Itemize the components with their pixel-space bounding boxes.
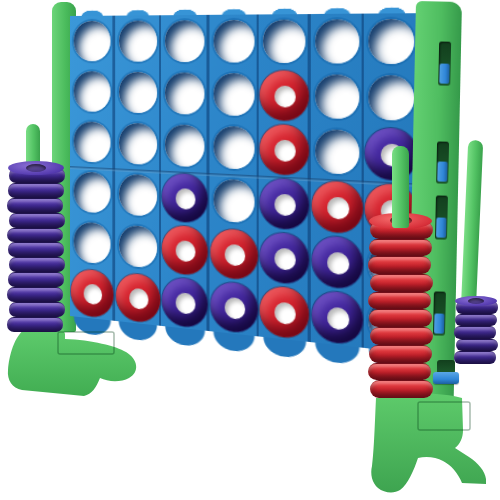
board-hole — [119, 224, 157, 268]
board-cell-r2c7 — [364, 69, 420, 126]
stacked-purple-disc — [8, 183, 64, 198]
purple-disc — [260, 178, 309, 231]
board-cell-r5c6 — [311, 233, 365, 292]
board-hole — [119, 20, 157, 61]
board-cell-r4c5 — [259, 175, 311, 232]
red-disc-stack — [369, 221, 432, 398]
blue-clip — [436, 217, 446, 237]
board-cell-r5c4 — [209, 226, 259, 283]
rail-slot — [435, 195, 448, 239]
stacked-red-disc — [369, 239, 432, 257]
stacked-red-disc — [370, 380, 433, 398]
board-cell-r3c2 — [115, 117, 161, 170]
purple-disc-stack-left — [8, 168, 64, 332]
disc-center-hole — [327, 306, 349, 330]
red-disc — [210, 228, 257, 281]
left-foot — [6, 324, 146, 404]
board-cell-r2c1 — [70, 66, 115, 117]
disc-center-hole — [275, 248, 296, 271]
red-disc — [260, 70, 309, 121]
board-hole — [165, 72, 205, 115]
stacked-purple-disc — [7, 198, 63, 213]
disc-center-hole — [224, 297, 245, 320]
board-cell-r2c6 — [311, 69, 365, 125]
board-cell-r5c3 — [161, 222, 209, 278]
stacked-purple-disc — [455, 314, 497, 327]
board-cell-r2c3 — [161, 67, 209, 120]
stacked-purple-disc — [7, 287, 63, 302]
disc-center-hole — [275, 86, 296, 108]
board-cell-r1c1 — [70, 16, 115, 67]
red-disc — [312, 180, 363, 234]
board-hole — [369, 19, 415, 64]
board-hole — [213, 126, 254, 170]
board-cell-r6c6 — [311, 287, 365, 347]
red-disc — [116, 272, 160, 324]
board-cell-r6c4 — [209, 278, 259, 336]
board-cell-r4c4 — [209, 173, 259, 229]
red-disc — [260, 124, 309, 176]
board-cell-r6c1 — [70, 266, 115, 321]
red-disc — [71, 268, 113, 319]
board-hole — [165, 124, 205, 167]
board-hole — [119, 174, 157, 217]
red-disc — [162, 224, 207, 276]
product-photo-giant-connect-four — [0, 0, 500, 500]
board-hole — [213, 73, 254, 116]
disc-center-hole — [224, 244, 245, 267]
board-cell-r1c6 — [311, 14, 365, 70]
stacked-red-disc — [369, 345, 432, 363]
board-hole — [74, 121, 111, 163]
stack-pole-hole — [26, 164, 46, 172]
board-cell-r3c3 — [161, 119, 209, 173]
blue-clip — [437, 161, 447, 181]
purple-disc — [162, 276, 207, 329]
board-hole — [315, 74, 359, 119]
stacked-red-disc — [370, 327, 433, 345]
disc-center-hole — [176, 240, 196, 262]
stacked-purple-disc — [454, 326, 496, 339]
board-cell-r4c3 — [161, 171, 209, 226]
board-hole — [213, 178, 254, 223]
disc-center-hole — [176, 188, 196, 210]
board-hole — [74, 221, 111, 264]
board-hole — [74, 171, 111, 214]
stacked-red-disc — [369, 309, 432, 327]
rail-slot — [433, 291, 446, 335]
board-cell-r1c2 — [115, 15, 161, 67]
rail-slot — [438, 41, 451, 85]
board-cell-r3c5 — [259, 122, 311, 178]
stacked-purple-disc — [9, 302, 65, 317]
board-hole — [119, 72, 157, 114]
stacked-red-disc — [368, 256, 431, 274]
right-front-storage-pole — [392, 146, 409, 228]
board-cell-r5c1 — [70, 216, 115, 270]
board-hole — [213, 20, 254, 63]
board-cell-r2c5 — [259, 68, 311, 123]
stacked-purple-disc — [8, 242, 64, 257]
board-cell-r6c5 — [259, 283, 311, 342]
disc-center-hole — [84, 283, 102, 305]
stacked-purple-disc — [9, 213, 65, 228]
blue-clip — [434, 313, 444, 333]
right-rear-storage-pole — [461, 140, 483, 306]
red-disc — [260, 285, 309, 340]
board-hole — [369, 75, 415, 121]
board-cell-r4c6 — [311, 178, 365, 236]
board-hole — [315, 129, 359, 175]
disc-center-hole — [327, 196, 349, 219]
purple-disc — [260, 231, 309, 285]
board-cell-r2c2 — [115, 67, 161, 119]
board-cell-r3c1 — [70, 116, 115, 168]
board-cell-r4c2 — [115, 168, 161, 222]
disc-center-hole — [129, 288, 148, 310]
board-cell-r4c1 — [70, 166, 115, 219]
board-hole — [119, 123, 157, 166]
board-cell-r1c5 — [259, 14, 311, 69]
board-hole — [74, 21, 111, 62]
board-hole — [315, 19, 359, 63]
disc-center-hole — [275, 301, 296, 325]
disc-center-hole — [327, 251, 349, 275]
stacked-purple-disc — [8, 272, 64, 287]
stacked-purple-disc — [456, 339, 498, 352]
stacked-purple-disc — [7, 317, 63, 332]
board-cell-r1c7 — [364, 13, 420, 70]
stack-pole-hole — [468, 298, 484, 304]
board-cell-r5c5 — [259, 229, 311, 287]
board-cell-r2c4 — [209, 68, 259, 122]
board-hole — [74, 71, 111, 112]
board-cell-r1c3 — [161, 15, 209, 68]
stacked-purple-disc — [9, 257, 65, 272]
stacked-red-disc — [368, 363, 431, 381]
blue-clip — [439, 64, 449, 84]
purple-disc — [210, 281, 257, 335]
disc-center-hole — [176, 292, 196, 315]
board-cell-r6c3 — [161, 274, 209, 331]
purple-disc — [312, 290, 363, 346]
board-hole — [165, 20, 205, 62]
board-hole — [263, 20, 306, 64]
stacked-purple-disc — [454, 351, 496, 364]
stacked-red-disc — [370, 274, 433, 292]
board-cell-r1c4 — [209, 14, 259, 68]
rail-slot — [436, 141, 449, 183]
board-cell-r6c2 — [115, 270, 161, 326]
blue-clip — [433, 372, 459, 384]
board-cell-r3c6 — [311, 123, 365, 180]
right-foot — [366, 390, 496, 496]
purple-disc — [162, 173, 207, 224]
purple-disc-stack-right — [455, 301, 497, 364]
game-board — [70, 0, 420, 379]
board-cell-r3c4 — [209, 120, 259, 175]
purple-disc — [312, 235, 363, 290]
stacked-purple-disc — [7, 228, 63, 243]
stacked-red-disc — [368, 292, 431, 310]
disc-center-hole — [275, 194, 296, 217]
board-cell-r5c2 — [115, 219, 161, 274]
disc-center-hole — [275, 140, 296, 163]
